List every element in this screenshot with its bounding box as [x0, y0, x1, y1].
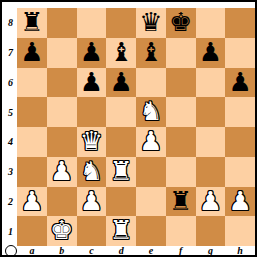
piece-white-pawn-c2[interactable]: ♟: [80, 187, 103, 217]
piece-white-pawn-b3[interactable]: ♟: [50, 157, 73, 187]
rank-label-5: 5: [4, 97, 17, 127]
piece-white-queen-c4[interactable]: ♛: [80, 127, 103, 157]
piece-white-rook-d3[interactable]: ♜: [109, 157, 132, 187]
square-b6[interactable]: [47, 68, 77, 98]
piece-black-pawn-d6[interactable]: ♟: [109, 68, 132, 98]
square-g7[interactable]: ♟: [196, 38, 226, 68]
file-label-f: f: [166, 245, 196, 257]
piece-white-knight-c3[interactable]: ♞: [80, 157, 103, 187]
square-h5[interactable]: [225, 97, 255, 127]
square-e6[interactable]: [136, 68, 166, 98]
file-label-g: g: [196, 245, 226, 257]
square-g1[interactable]: [196, 216, 226, 246]
file-label-a: a: [17, 245, 47, 257]
square-e5[interactable]: ♞: [136, 97, 166, 127]
square-d7[interactable]: ♝: [106, 38, 136, 68]
piece-white-knight-e5[interactable]: ♞: [139, 97, 162, 127]
rank-labels: 8 7 6 5 4 3 2 1: [4, 8, 17, 246]
file-label-d: d: [106, 245, 136, 257]
square-b8[interactable]: [47, 8, 77, 38]
chess-board: ♜♛♚♟♟♝♝♟♟♟♟♞♛♟♟♞♜♟♟♜♟♟♚♜: [17, 8, 255, 246]
file-label-c: c: [77, 245, 107, 257]
square-h3[interactable]: [225, 157, 255, 187]
piece-black-rook-a8[interactable]: ♜: [20, 8, 43, 38]
square-f3[interactable]: [166, 157, 196, 187]
square-e7[interactable]: ♝: [136, 38, 166, 68]
square-b7[interactable]: [47, 38, 77, 68]
square-g3[interactable]: [196, 157, 226, 187]
square-g5[interactable]: [196, 97, 226, 127]
square-a5[interactable]: [17, 97, 47, 127]
square-g4[interactable]: [196, 127, 226, 157]
square-h4[interactable]: [225, 127, 255, 157]
square-e4[interactable]: ♟: [136, 127, 166, 157]
piece-black-bishop-e7[interactable]: ♝: [139, 38, 162, 68]
square-f1[interactable]: [166, 216, 196, 246]
piece-black-bishop-d7[interactable]: ♝: [109, 38, 132, 68]
square-g6[interactable]: [196, 68, 226, 98]
square-g8[interactable]: [196, 8, 226, 38]
square-e8[interactable]: ♛: [136, 8, 166, 38]
square-a6[interactable]: [17, 68, 47, 98]
square-c8[interactable]: [77, 8, 107, 38]
piece-white-pawn-e4[interactable]: ♟: [139, 127, 162, 157]
piece-white-pawn-h2[interactable]: ♟: [228, 187, 251, 217]
piece-white-pawn-g2[interactable]: ♟: [199, 187, 222, 217]
square-c6[interactable]: ♟: [77, 68, 107, 98]
piece-black-pawn-c6[interactable]: ♟: [80, 68, 103, 98]
square-e2[interactable]: [136, 187, 166, 217]
square-d2[interactable]: [106, 187, 136, 217]
square-f5[interactable]: [166, 97, 196, 127]
square-h1[interactable]: [225, 216, 255, 246]
square-h2[interactable]: ♟: [225, 187, 255, 217]
file-label-b: b: [47, 245, 77, 257]
square-d4[interactable]: [106, 127, 136, 157]
square-e1[interactable]: [136, 216, 166, 246]
square-d3[interactable]: ♜: [106, 157, 136, 187]
file-label-e: e: [136, 245, 166, 257]
square-c2[interactable]: ♟: [77, 187, 107, 217]
square-a2[interactable]: ♟: [17, 187, 47, 217]
piece-black-pawn-h6[interactable]: ♟: [228, 68, 251, 98]
piece-black-pawn-c7[interactable]: ♟: [80, 38, 103, 68]
square-a3[interactable]: [17, 157, 47, 187]
square-a7[interactable]: ♟: [17, 38, 47, 68]
square-f6[interactable]: [166, 68, 196, 98]
piece-black-rook-f2[interactable]: ♜: [169, 187, 192, 217]
piece-white-pawn-a2[interactable]: ♟: [20, 187, 43, 217]
square-h7[interactable]: [225, 38, 255, 68]
rank-label-7: 7: [4, 38, 17, 68]
square-c1[interactable]: [77, 216, 107, 246]
chess-diagram-frame: 8 7 6 5 4 3 2 1 ♜♛♚♟♟♝♝♟♟♟♟♞♛♟♟♞♜♟♟♜♟♟♚♜…: [0, 0, 257, 257]
square-d8[interactable]: [106, 8, 136, 38]
square-a4[interactable]: [17, 127, 47, 157]
square-b2[interactable]: [47, 187, 77, 217]
piece-black-pawn-a7[interactable]: ♟: [20, 38, 43, 68]
square-b5[interactable]: [47, 97, 77, 127]
square-d6[interactable]: ♟: [106, 68, 136, 98]
square-c5[interactable]: [77, 97, 107, 127]
rank-label-4: 4: [4, 127, 17, 157]
piece-black-queen-e8[interactable]: ♛: [139, 8, 162, 38]
square-a1[interactable]: [17, 216, 47, 246]
rank-label-2: 2: [4, 187, 17, 217]
piece-black-king-f8[interactable]: ♚: [169, 8, 192, 38]
square-f4[interactable]: [166, 127, 196, 157]
square-e3[interactable]: [136, 157, 166, 187]
square-c4[interactable]: ♛: [77, 127, 107, 157]
square-b1[interactable]: ♚: [47, 216, 77, 246]
piece-white-rook-d1[interactable]: ♜: [109, 216, 132, 246]
square-d1[interactable]: ♜: [106, 216, 136, 246]
rank-label-6: 6: [4, 68, 17, 98]
square-f7[interactable]: [166, 38, 196, 68]
piece-black-pawn-g7[interactable]: ♟: [199, 38, 222, 68]
square-f8[interactable]: ♚: [166, 8, 196, 38]
square-d5[interactable]: [106, 97, 136, 127]
piece-white-king-b1[interactable]: ♚: [50, 216, 73, 246]
square-h6[interactable]: ♟: [225, 68, 255, 98]
square-a8[interactable]: ♜: [17, 8, 47, 38]
file-labels: a b c d e f g h: [17, 245, 255, 257]
square-f2[interactable]: ♜: [166, 187, 196, 217]
square-c7[interactable]: ♟: [77, 38, 107, 68]
white-to-move-indicator: [5, 245, 17, 257]
rank-label-1: 1: [4, 216, 17, 246]
square-g2[interactable]: ♟: [196, 187, 226, 217]
square-b4[interactable]: [47, 127, 77, 157]
square-b3[interactable]: ♟: [47, 157, 77, 187]
file-label-h: h: [225, 245, 255, 257]
rank-label-3: 3: [4, 157, 17, 187]
square-c3[interactable]: ♞: [77, 157, 107, 187]
rank-label-8: 8: [4, 8, 17, 38]
square-h8[interactable]: [225, 8, 255, 38]
